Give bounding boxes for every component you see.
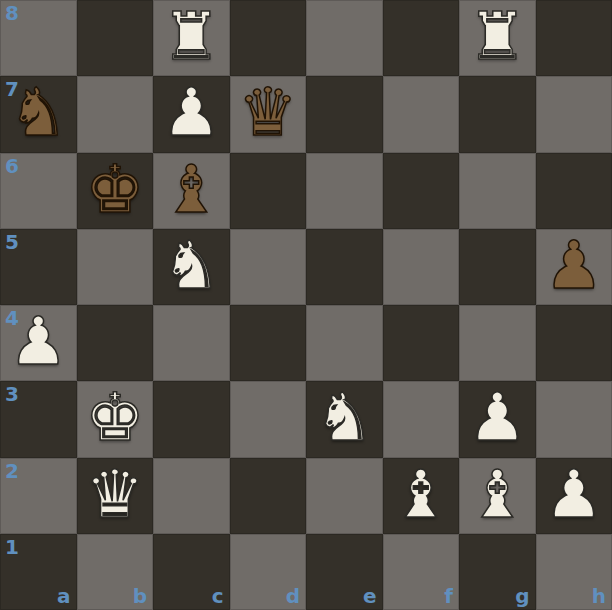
square-h6[interactable]	[536, 153, 612, 229]
piece-white-rook[interactable]: ♜	[162, 4, 221, 70]
file-label-c: c	[212, 586, 224, 606]
square-h5[interactable]: ♟	[536, 229, 612, 305]
square-d8[interactable]	[230, 0, 307, 76]
rank-label-6: 6	[5, 156, 19, 176]
square-g4[interactable]	[459, 305, 536, 381]
square-a8[interactable]: 8	[0, 0, 77, 76]
file-label-d: d	[286, 586, 300, 606]
piece-white-bishop[interactable]: ♝	[468, 462, 527, 528]
square-f1[interactable]: f	[383, 534, 460, 610]
square-f8[interactable]	[383, 0, 460, 76]
file-label-b: b	[133, 586, 147, 606]
square-c2[interactable]	[153, 458, 230, 534]
square-e4[interactable]	[306, 305, 383, 381]
square-e2[interactable]	[306, 458, 383, 534]
square-b2[interactable]: ♛	[77, 458, 154, 534]
square-g1[interactable]: g	[459, 534, 536, 610]
square-e5[interactable]	[306, 229, 383, 305]
piece-white-knight[interactable]: ♞	[162, 233, 221, 299]
square-e3[interactable]: ♞	[306, 381, 383, 457]
square-b4[interactable]	[77, 305, 154, 381]
piece-white-pawn[interactable]: ♟	[9, 309, 68, 375]
piece-white-bishop[interactable]: ♝	[391, 462, 450, 528]
square-f4[interactable]	[383, 305, 460, 381]
square-b1[interactable]: b	[77, 534, 154, 610]
piece-white-queen[interactable]: ♛	[85, 462, 144, 528]
square-g5[interactable]	[459, 229, 536, 305]
square-e1[interactable]: e	[306, 534, 383, 610]
square-e8[interactable]	[306, 0, 383, 76]
chess-board: 8♜♜7♞♟♛6♚♝5♞♟4♟3♚♞♟2♛♝♝♟1abcdefgh	[0, 0, 612, 610]
square-g6[interactable]	[459, 153, 536, 229]
square-a7[interactable]: 7♞	[0, 76, 77, 152]
square-h4[interactable]	[536, 305, 612, 381]
piece-white-pawn[interactable]: ♟	[468, 385, 527, 451]
square-g8[interactable]: ♜	[459, 0, 536, 76]
square-h8[interactable]	[536, 0, 612, 76]
piece-black-bishop[interactable]: ♝	[162, 157, 221, 223]
square-h3[interactable]	[536, 381, 612, 457]
square-c6[interactable]: ♝	[153, 153, 230, 229]
square-f5[interactable]	[383, 229, 460, 305]
square-a5[interactable]: 5	[0, 229, 77, 305]
square-c1[interactable]: c	[153, 534, 230, 610]
square-a6[interactable]: 6	[0, 153, 77, 229]
square-a3[interactable]: 3	[0, 381, 77, 457]
piece-white-rook[interactable]: ♜	[468, 4, 527, 70]
rank-label-1: 1	[5, 537, 19, 557]
file-label-h: h	[592, 586, 606, 606]
square-a2[interactable]: 2	[0, 458, 77, 534]
square-b3[interactable]: ♚	[77, 381, 154, 457]
piece-black-king[interactable]: ♚	[85, 157, 144, 223]
file-label-f: f	[444, 586, 453, 606]
square-g7[interactable]	[459, 76, 536, 152]
rank-label-8: 8	[5, 3, 19, 23]
square-c4[interactable]	[153, 305, 230, 381]
piece-white-king[interactable]: ♚	[85, 385, 144, 451]
square-a1[interactable]: 1a	[0, 534, 77, 610]
square-f6[interactable]	[383, 153, 460, 229]
square-h1[interactable]: h	[536, 534, 612, 610]
square-b7[interactable]	[77, 76, 154, 152]
square-d4[interactable]	[230, 305, 307, 381]
square-e7[interactable]	[306, 76, 383, 152]
file-label-g: g	[515, 586, 529, 606]
piece-black-knight[interactable]: ♞	[9, 80, 68, 146]
square-c7[interactable]: ♟	[153, 76, 230, 152]
square-b5[interactable]	[77, 229, 154, 305]
square-d3[interactable]	[230, 381, 307, 457]
file-label-a: a	[57, 586, 71, 606]
square-d1[interactable]: d	[230, 534, 307, 610]
square-d7[interactable]: ♛	[230, 76, 307, 152]
square-h2[interactable]: ♟	[536, 458, 612, 534]
square-e6[interactable]	[306, 153, 383, 229]
square-a4[interactable]: 4♟	[0, 305, 77, 381]
square-h7[interactable]	[536, 76, 612, 152]
square-d6[interactable]	[230, 153, 307, 229]
piece-white-pawn[interactable]: ♟	[544, 462, 603, 528]
square-f7[interactable]	[383, 76, 460, 152]
square-g3[interactable]: ♟	[459, 381, 536, 457]
piece-black-queen[interactable]: ♛	[238, 80, 297, 146]
file-label-e: e	[363, 586, 377, 606]
square-b8[interactable]	[77, 0, 154, 76]
rank-label-3: 3	[5, 384, 19, 404]
square-c8[interactable]: ♜	[153, 0, 230, 76]
square-d2[interactable]	[230, 458, 307, 534]
square-f3[interactable]	[383, 381, 460, 457]
rank-label-5: 5	[5, 232, 19, 252]
square-g2[interactable]: ♝	[459, 458, 536, 534]
square-c5[interactable]: ♞	[153, 229, 230, 305]
piece-white-pawn[interactable]: ♟	[162, 80, 221, 146]
rank-label-2: 2	[5, 461, 19, 481]
square-f2[interactable]: ♝	[383, 458, 460, 534]
square-c3[interactable]	[153, 381, 230, 457]
piece-white-knight[interactable]: ♞	[315, 385, 374, 451]
square-d5[interactable]	[230, 229, 307, 305]
piece-black-pawn[interactable]: ♟	[544, 233, 603, 299]
square-b6[interactable]: ♚	[77, 153, 154, 229]
